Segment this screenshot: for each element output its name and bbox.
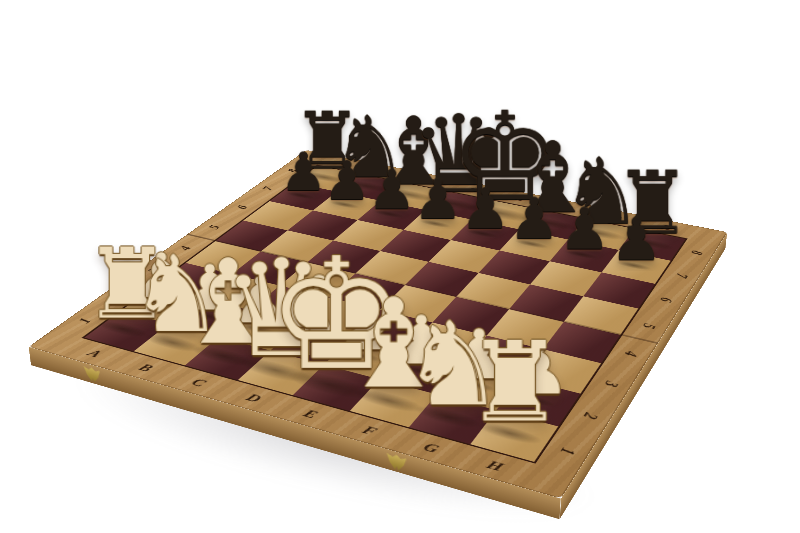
scene: ABCDEFGH ABCDEFGH 87654321 87654321 ♜♞♝♛… — [0, 0, 800, 533]
rank-label: 7 — [650, 263, 713, 288]
brass-latch-left — [84, 365, 102, 384]
brass-latch-right — [387, 452, 407, 473]
chess-board: ABCDEFGH ABCDEFGH 87654321 87654321 ♜♞♝♛… — [29, 150, 728, 499]
rank-label: 8 — [666, 241, 727, 264]
photo-stage: ABCDEFGH ABCDEFGH 87654321 87654321 ♜♞♝♛… — [0, 0, 800, 533]
chess-piece-glyph: ♜ — [465, 328, 564, 439]
